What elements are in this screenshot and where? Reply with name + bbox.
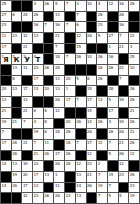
cell-r1c3[interactable]: 26	[33, 12, 43, 22]
cell-r12c10[interactable]: 26	[108, 129, 118, 139]
block-r18c1	[12, 193, 22, 203]
cell-r6c5[interactable]: 28	[54, 65, 64, 75]
cell-r16c9[interactable]: 7	[97, 172, 107, 182]
cell-r0c5[interactable]: 5	[54, 1, 64, 11]
cell-r0c6[interactable]: 7	[65, 1, 75, 11]
cell-r14c1[interactable]: 26	[12, 151, 22, 161]
cell-r12c8[interactable]: 26	[87, 129, 97, 139]
cell-r0c4[interactable]: 26	[44, 1, 54, 11]
cell-number: 26	[12, 183, 17, 188]
cell-r2c4[interactable]: 7	[44, 22, 54, 32]
cell-r4c12[interactable]: 3	[129, 44, 139, 54]
cell-r7c6[interactable]: 20	[65, 76, 75, 86]
cell-r4c0[interactable]: 17	[1, 44, 11, 54]
block-r7c4	[44, 76, 54, 86]
cell-r11c11[interactable]: 19	[119, 119, 129, 129]
cell-r2c6[interactable]: 7	[65, 22, 75, 32]
cell-r3c0[interactable]: 11	[1, 33, 11, 43]
cell-r14c6[interactable]: 26	[65, 151, 75, 161]
cell-r10c3[interactable]: 6	[33, 108, 43, 118]
cell-number: 24	[23, 12, 28, 17]
cell-r14c11[interactable]: 26	[119, 151, 129, 161]
cell-r7c11[interactable]: 7	[119, 76, 129, 86]
cell-r5c8[interactable]: 14	[87, 54, 97, 64]
cell-r7c9[interactable]: 26	[97, 76, 107, 86]
cell-r5c9[interactable]: 26	[97, 54, 107, 64]
cell-r12c3[interactable]: 19	[33, 129, 43, 139]
cell-number: 21	[2, 108, 7, 113]
block-r8c7	[76, 86, 86, 96]
cell-r11c1[interactable]: 21	[12, 119, 22, 129]
cell-r8c6[interactable]: 1	[65, 86, 75, 96]
cell-r15c5[interactable]: 26	[54, 161, 64, 171]
cell-r5c2[interactable]: 3У	[22, 54, 32, 64]
block-r14c2	[22, 151, 32, 161]
cell-number: 21	[130, 129, 135, 134]
cell-number: 12	[98, 140, 103, 145]
block-r1c4	[44, 12, 54, 22]
cell-r14c3[interactable]: 21	[33, 151, 43, 161]
cell-r2c7[interactable]: 6	[76, 22, 86, 32]
cell-number: 20	[66, 119, 71, 124]
cell-r15c6[interactable]: 28	[65, 161, 75, 171]
cell-r16c7[interactable]: 13	[76, 172, 86, 182]
cell-r13c8[interactable]: 17	[87, 140, 97, 150]
block-r12c1	[12, 129, 22, 139]
cell-r1c11[interactable]: 26	[119, 12, 129, 22]
cell-number: 7	[66, 54, 68, 59]
cell-r0c12[interactable]: 26	[129, 1, 139, 11]
cell-number: 12	[76, 33, 81, 38]
cell-r17c9[interactable]: 19	[97, 183, 107, 193]
block-r14c0	[1, 151, 11, 161]
cell-r0c10[interactable]: 12	[108, 1, 118, 11]
cell-r18c11[interactable]: 4	[119, 193, 129, 203]
cell-r11c6[interactable]: 20	[65, 119, 75, 129]
cell-r6c9[interactable]: 16	[97, 65, 107, 75]
cell-number: 13	[44, 172, 49, 177]
cell-number: 26	[66, 151, 71, 156]
cell-number: 14	[2, 183, 7, 188]
cell-number: 17	[2, 44, 7, 49]
cell-number: 17	[23, 183, 28, 188]
cell-r0c9[interactable]: 4	[97, 1, 107, 11]
cell-number: 4	[34, 119, 36, 124]
cell-r3c11[interactable]: 7	[119, 33, 129, 43]
cell-r5c7[interactable]: 26	[76, 54, 86, 64]
cell-r8c5[interactable]: 13	[54, 86, 64, 96]
cell-number: 13	[55, 76, 60, 81]
cell-number: 11	[2, 33, 7, 38]
cell-r11c7[interactable]: 26	[76, 119, 86, 129]
cell-number: 6	[34, 108, 36, 113]
cell-number: 21	[119, 140, 124, 145]
cell-number: 6	[76, 22, 78, 27]
cell-r9c5[interactable]: 26	[54, 97, 64, 107]
block-r4c9	[97, 44, 107, 54]
block-r4c4	[44, 44, 54, 54]
cell-r15c7[interactable]: 12	[76, 161, 86, 171]
cell-r11c10[interactable]: 4	[108, 119, 118, 129]
cell-number: 28	[108, 86, 113, 91]
block-r1c12	[129, 12, 139, 22]
block-r1c6	[65, 12, 75, 22]
cell-r0c8[interactable]: 10	[87, 1, 97, 11]
cell-r7c5[interactable]: 13	[54, 76, 64, 86]
cell-number: 13	[55, 86, 60, 91]
cell-r14c8[interactable]: 12	[87, 151, 97, 161]
block-r0c1	[12, 1, 22, 11]
cell-r1c2[interactable]: 24	[22, 12, 32, 22]
cell-r13c3[interactable]: 7	[33, 140, 43, 150]
cell-letter: У	[22, 56, 32, 64]
cell-r18c12[interactable]: 19	[129, 193, 139, 203]
cell-r8c10[interactable]: 28	[108, 86, 118, 96]
cell-r6c2[interactable]: 11	[22, 65, 32, 75]
cell-r5c3[interactable]: 4Т	[33, 54, 43, 64]
cell-r13c4[interactable]: 11	[44, 140, 54, 150]
cell-r18c5[interactable]: 26	[54, 193, 64, 203]
cell-number: 4	[98, 1, 100, 6]
cell-number: 12	[119, 161, 124, 166]
block-r4c8	[87, 44, 97, 54]
cell-number: 16	[119, 22, 124, 27]
cell-r12c6[interactable]: 26	[65, 129, 75, 139]
cell-r9c8[interactable]: 17	[87, 97, 97, 107]
block-r0c2	[22, 1, 32, 11]
cell-number: 3	[130, 44, 132, 49]
cell-r9c2[interactable]: 13	[22, 97, 32, 107]
cell-number: 7	[44, 22, 46, 27]
cell-r16c10[interactable]: 19	[108, 172, 118, 182]
cell-r13c2[interactable]: 21	[22, 140, 32, 150]
cell-r12c0[interactable]: 7	[1, 129, 11, 139]
cell-number: 13	[23, 97, 28, 102]
cell-r17c1[interactable]: 26	[12, 183, 22, 193]
cell-r9c9[interactable]: 13	[97, 97, 107, 107]
block-r12c7	[76, 129, 86, 139]
cell-r3c8[interactable]: 26	[87, 33, 97, 43]
cell-r15c2[interactable]: 19	[22, 161, 32, 171]
cell-number: 16	[98, 65, 103, 70]
cell-number: 13	[34, 33, 39, 38]
cell-r12c4[interactable]: 8	[44, 129, 54, 139]
block-r7c12	[129, 76, 139, 86]
cell-r4c7[interactable]: 15	[76, 44, 86, 54]
cell-number: 7	[76, 12, 78, 17]
cell-r18c2[interactable]: 12	[22, 193, 32, 203]
cell-r7c3[interactable]: 17	[33, 76, 43, 86]
cell-r6c4[interactable]: 26	[44, 65, 54, 75]
block-r3c4	[44, 33, 54, 43]
cell-r15c0[interactable]: 14	[1, 161, 11, 171]
block-r16c0	[1, 172, 11, 182]
cell-r9c10[interactable]: 5	[108, 97, 118, 107]
cell-r7c1[interactable]: 8	[12, 76, 22, 86]
cell-r13c0[interactable]: 17	[1, 140, 11, 150]
cell-r6c3[interactable]: 23	[33, 65, 43, 75]
cell-number: 17	[87, 140, 92, 145]
cell-number: 18	[66, 140, 71, 145]
cell-r10c10[interactable]: 17	[108, 108, 118, 118]
block-r18c8	[87, 193, 97, 203]
cell-r8c1[interactable]: 13	[12, 86, 22, 96]
cell-r9c0[interactable]: 13	[1, 97, 11, 107]
cell-r8c3[interactable]: 13	[33, 86, 43, 96]
cell-number: 26	[44, 65, 49, 70]
cell-r18c10[interactable]: 5	[108, 193, 118, 203]
cell-r16c4[interactable]: 13	[44, 172, 54, 182]
cell-r3c12[interactable]: 22	[129, 33, 139, 43]
cell-number: 18	[55, 129, 60, 134]
cell-r17c10[interactable]: 7	[108, 183, 118, 193]
cell-r2c3[interactable]: 16	[33, 22, 43, 32]
cell-r16c12[interactable]: 26	[129, 172, 139, 182]
cell-r11c3[interactable]: 4	[33, 119, 43, 129]
cell-r10c5[interactable]: 12	[54, 108, 64, 118]
cell-r17c0[interactable]: 14	[1, 183, 11, 193]
cell-number: 23	[34, 161, 39, 166]
cell-number: 4	[108, 119, 110, 124]
cell-r3c9[interactable]: 5	[97, 33, 107, 43]
cell-r16c11[interactable]: 23	[119, 172, 129, 182]
cell-r2c9[interactable]: 23	[97, 22, 107, 32]
cell-number: 23	[34, 193, 39, 198]
cell-r3c7[interactable]: 12	[76, 33, 86, 43]
cell-r2c0[interactable]: 23	[1, 22, 11, 32]
block-r5c4	[44, 54, 54, 64]
block-r12c2	[22, 129, 32, 139]
cell-number: 26	[119, 129, 124, 134]
cell-r5c5[interactable]: 18	[54, 54, 64, 64]
cell-r0c7[interactable]: 3	[76, 1, 86, 11]
cell-r2c5[interactable]: 16	[54, 22, 64, 32]
block-r13c5	[54, 140, 64, 150]
cell-number: 13	[98, 97, 103, 102]
cell-number: 23	[34, 65, 39, 70]
cell-r11c9[interactable]: 26	[97, 119, 107, 129]
cell-r12c12[interactable]: 21	[129, 129, 139, 139]
cell-r17c5[interactable]: 11	[54, 183, 64, 193]
cell-r4c5[interactable]: 7	[54, 44, 64, 54]
cell-number: 8	[44, 129, 46, 134]
block-r10c11	[119, 108, 129, 118]
cell-number: 21	[130, 108, 135, 113]
block-r6c8	[87, 65, 97, 75]
cell-r15c11[interactable]: 12	[119, 161, 129, 171]
cell-r18c9[interactable]: 7	[97, 193, 107, 203]
cell-r6c12[interactable]: 10	[129, 65, 139, 75]
cell-number: 16	[55, 22, 60, 27]
cell-number: 23	[2, 22, 7, 27]
cell-r18c7[interactable]: 13	[76, 193, 86, 203]
cell-r7c8[interactable]: 8	[87, 76, 97, 86]
cell-r13c10[interactable]: 7	[108, 140, 118, 150]
cell-r17c12[interactable]: 23	[129, 183, 139, 193]
block-r17c6	[65, 183, 75, 193]
cell-r13c9[interactable]: 12	[97, 140, 107, 150]
cell-number: 16	[108, 54, 113, 59]
cell-r18c3[interactable]: 23	[33, 193, 43, 203]
cell-r13c1[interactable]: 26	[12, 140, 22, 150]
cell-number: 19	[119, 119, 124, 124]
cell-r1c1[interactable]: 6	[12, 12, 22, 22]
cell-number: 21	[55, 33, 60, 38]
cell-number: 5	[55, 1, 57, 6]
cell-number: 7	[119, 76, 121, 81]
cell-r17c2[interactable]: 17	[22, 183, 32, 193]
cell-r14c5[interactable]: 17	[54, 151, 64, 161]
cell-r16c1[interactable]: 19	[12, 172, 22, 182]
cell-r14c4[interactable]: 26	[44, 151, 54, 161]
cell-r5c12[interactable]: 25	[129, 54, 139, 64]
cell-number: 15	[87, 108, 92, 113]
cell-r13c7[interactable]: 7	[76, 140, 86, 150]
cell-r8c8[interactable]: 15	[87, 86, 97, 96]
cell-r2c11[interactable]: 16	[119, 22, 129, 32]
cell-r5c0[interactable]: 1Я	[1, 54, 11, 64]
cell-number: 1	[55, 172, 57, 177]
cell-number: 2	[98, 161, 100, 166]
cell-letter: Т	[33, 56, 43, 64]
cell-r8c0[interactable]: 20	[1, 86, 11, 96]
cell-r5c6[interactable]: 7	[65, 54, 75, 64]
cell-r17c8[interactable]: 26	[87, 183, 97, 193]
cell-r11c12[interactable]: 26	[129, 119, 139, 129]
cell-number: 19	[119, 97, 124, 102]
cell-r10c12[interactable]: 21	[129, 108, 139, 118]
cell-r11c0[interactable]: 19	[1, 119, 11, 129]
cell-number: 20	[66, 76, 71, 81]
cell-number: 26	[55, 161, 60, 166]
cell-r8c2[interactable]: 17	[22, 86, 32, 96]
cell-r13c12[interactable]: 26	[129, 140, 139, 150]
cell-r9c7[interactable]: 7	[76, 97, 86, 107]
cell-number: 18	[55, 54, 60, 59]
cell-number: 15	[87, 86, 92, 91]
cell-r0c11[interactable]: 16	[119, 1, 129, 11]
cell-number: 17	[34, 172, 39, 177]
cell-r18c4[interactable]: 26	[44, 193, 54, 203]
cell-number: 5	[108, 151, 110, 156]
cell-number: 11	[23, 65, 28, 70]
cell-number: 26	[130, 172, 135, 177]
cell-r16c8[interactable]: 21	[87, 172, 97, 182]
block-r4c3	[33, 44, 43, 54]
cell-r18c6[interactable]: 23	[65, 193, 75, 203]
cell-r5c10[interactable]: 16	[108, 54, 118, 64]
block-r2c10	[108, 22, 118, 32]
cell-r12c11[interactable]: 26	[119, 129, 129, 139]
cell-r0c3[interactable]: 4	[33, 1, 43, 11]
block-r9c4	[44, 97, 54, 107]
cell-number: 22	[130, 33, 135, 38]
block-r8c11	[119, 86, 129, 96]
cell-number: 21	[87, 172, 92, 177]
cell-r4c11[interactable]: 21	[119, 44, 129, 54]
cell-number: 7	[34, 140, 36, 145]
cell-r1c9[interactable]: 28	[97, 12, 107, 22]
cell-r4c2[interactable]: 21	[22, 44, 32, 54]
cell-r1c7[interactable]: 7	[76, 12, 86, 22]
block-r7c2	[22, 76, 32, 86]
cell-r14c10[interactable]: 5	[108, 151, 118, 161]
cell-number: 26	[44, 151, 49, 156]
cell-r7c7[interactable]: 5	[76, 76, 86, 86]
cell-number: 12	[23, 193, 28, 198]
cell-number: 10	[130, 65, 135, 70]
cell-r6c10[interactable]: 26	[108, 65, 118, 75]
cell-number: 17	[66, 97, 71, 102]
cell-r10c8[interactable]: 15	[87, 108, 97, 118]
cell-r1c0[interactable]: 27	[1, 12, 11, 22]
cell-number: 23	[87, 161, 92, 166]
block-r4c6	[65, 44, 75, 54]
cell-r4c10[interactable]: 1	[108, 44, 118, 54]
cell-r1c5[interactable]: 13	[54, 12, 64, 22]
cell-r15c3[interactable]: 23	[33, 161, 43, 171]
cell-r16c3[interactable]: 17	[33, 172, 43, 182]
cell-r0c0[interactable]: 25	[1, 1, 11, 11]
cell-r3c2[interactable]: 12	[22, 33, 32, 43]
cell-r8c12[interactable]: 26	[129, 86, 139, 96]
cell-r10c4[interactable]: 8	[44, 108, 54, 118]
cell-r16c5[interactable]: 1	[54, 172, 64, 182]
cell-number: 12	[55, 108, 60, 113]
cell-r15c1[interactable]: 13	[12, 161, 22, 171]
cell-number: 7	[66, 22, 68, 27]
cell-r6c11[interactable]: 22	[119, 65, 129, 75]
cell-number: 26	[12, 151, 17, 156]
cell-r10c0[interactable]: 21	[1, 108, 11, 118]
cell-r6c1[interactable]: 13	[12, 65, 22, 75]
cell-number: 12	[130, 151, 135, 156]
cell-r13c11[interactable]: 21	[119, 140, 129, 150]
block-r16c6	[65, 172, 75, 182]
cell-r5c1[interactable]: 2К	[12, 54, 22, 64]
cell-r15c9[interactable]: 2	[97, 161, 107, 171]
cell-number: 7	[98, 193, 100, 198]
cell-number: 26	[87, 183, 92, 188]
cell-r8c4[interactable]: 20	[44, 86, 54, 96]
cell-r3c1[interactable]: 23	[12, 33, 22, 43]
cell-r11c4[interactable]: 8	[44, 119, 54, 129]
cell-number: 13	[55, 12, 60, 17]
cell-r14c12[interactable]: 12	[129, 151, 139, 161]
cell-r13c6[interactable]: 18	[65, 140, 75, 150]
cell-number: 26	[76, 54, 81, 59]
cell-r9c12[interactable]: 26	[129, 97, 139, 107]
cell-number: 26	[55, 97, 60, 102]
cell-r11c8[interactable]: 14	[87, 119, 97, 129]
cell-r15c8[interactable]: 23	[87, 161, 97, 171]
cell-r10c2[interactable]: 21	[22, 108, 32, 118]
cell-r3c10[interactable]: 27	[108, 33, 118, 43]
cell-number: 23	[119, 172, 124, 177]
cell-r3c3[interactable]: 13	[33, 33, 43, 43]
cell-r9c11[interactable]: 19	[119, 97, 129, 107]
cell-r11c2[interactable]: 7	[22, 119, 32, 129]
cell-r17c7[interactable]: 14	[76, 183, 86, 193]
cell-r12c5[interactable]: 18	[54, 129, 64, 139]
cell-r17c3[interactable]: 13	[33, 183, 43, 193]
cell-number: 26	[87, 33, 92, 38]
cell-r9c6[interactable]: 17	[65, 97, 75, 107]
block-r3c6	[65, 33, 75, 43]
cell-r16c2[interactable]: 20	[22, 172, 32, 182]
cell-r3c5[interactable]: 21	[54, 33, 64, 43]
block-r8c9	[97, 86, 107, 96]
